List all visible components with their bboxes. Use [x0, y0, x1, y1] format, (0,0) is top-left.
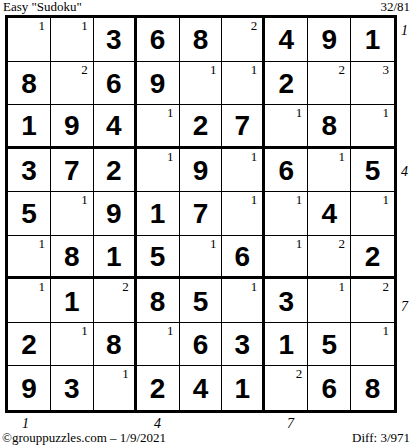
cell-r3c3[interactable]: 4 — [94, 105, 137, 149]
cell-digit: 1 — [235, 375, 251, 403]
cell-order-mark: 2 — [339, 62, 346, 77]
col-label-1: 1 — [22, 417, 29, 431]
cell-order-mark: 1 — [38, 18, 45, 33]
cell-r3c7[interactable]: 1 — [265, 105, 308, 149]
cell-order-mark: 1 — [383, 192, 390, 207]
cell-order-mark: 1 — [383, 323, 390, 338]
cell-digit: 1 — [64, 288, 80, 316]
cell-digit: 5 — [365, 157, 381, 185]
cell-order-mark: 1 — [251, 62, 258, 77]
cell-digit: 2 — [278, 70, 294, 98]
cell-order-mark: 1 — [251, 192, 258, 207]
cell-r5c9[interactable]: 1 — [351, 192, 394, 236]
cell-order-mark: 3 — [383, 62, 390, 77]
cell-r6c8[interactable]: 2 — [308, 236, 351, 280]
cell-r5c8[interactable]: 4 — [308, 192, 351, 236]
cell-order-mark: 1 — [251, 149, 258, 164]
cell-r4c2[interactable]: 7 — [51, 149, 94, 193]
cell-digit: 8 — [321, 112, 337, 140]
cell-r6c2[interactable]: 8 — [51, 236, 94, 280]
cell-order-mark: 1 — [38, 279, 45, 294]
cell-r6c6[interactable]: 6 — [222, 236, 265, 280]
cell-order-mark: 2 — [81, 62, 88, 77]
cell-r4c1[interactable]: 3 — [8, 149, 51, 193]
cell-r1c6[interactable]: 2 — [222, 18, 265, 62]
cell-digit: 9 — [193, 157, 209, 185]
cell-digit: 4 — [321, 200, 337, 228]
cell-digit: 4 — [106, 112, 122, 140]
cell-r3c8[interactable]: 8 — [308, 105, 351, 149]
cell-r2c3[interactable]: 6 — [94, 62, 137, 106]
cell-r9c5[interactable]: 4 — [180, 366, 223, 410]
cell-digit: 5 — [150, 243, 166, 271]
cell-digit: 4 — [193, 375, 209, 403]
cell-digit: 2 — [150, 375, 166, 403]
cell-r5c4[interactable]: 1 — [137, 192, 180, 236]
cell-order-mark: 1 — [81, 323, 88, 338]
cell-r9c8[interactable]: 6 — [308, 366, 351, 410]
cell-r3c6[interactable]: 7 — [222, 105, 265, 149]
cell-r8c1[interactable]: 2 — [8, 323, 51, 367]
cell-digit: 2 — [365, 243, 381, 271]
cell-r1c7[interactable]: 4 — [265, 18, 308, 62]
cell-r1c4[interactable]: 6 — [137, 18, 180, 62]
cell-digit: 1 — [21, 112, 37, 140]
cell-order-mark: 1 — [167, 323, 174, 338]
cell-r9c9[interactable]: 8 — [351, 366, 394, 410]
footer: ©grouppuzzles.com – 1/9/2021 Diff: 3/971 — [2, 430, 410, 444]
cell-r9c4[interactable]: 2 — [137, 366, 180, 410]
cell-r9c6[interactable]: 1 — [222, 366, 265, 410]
cell-r3c2[interactable]: 9 — [51, 105, 94, 149]
cell-digit: 6 — [235, 243, 251, 271]
cell-r8c9[interactable]: 1 — [351, 323, 394, 367]
cell-r6c5[interactable]: 1 — [180, 236, 223, 280]
cell-digit: 8 — [193, 26, 209, 54]
cell-r2c8[interactable]: 2 — [308, 62, 351, 106]
cell-digit: 7 — [235, 112, 251, 140]
cell-r2c1[interactable]: 8 — [8, 62, 51, 106]
cell-r6c4[interactable]: 5 — [137, 236, 180, 280]
cell-r7c1[interactable]: 1 — [8, 279, 51, 323]
sudoku-page: Easy "Sudoku" 32/81 11368249182691122319… — [0, 0, 412, 445]
cell-order-mark: 1 — [210, 236, 217, 251]
cell-digit: 2 — [106, 157, 122, 185]
cell-r3c1[interactable]: 1 — [8, 105, 51, 149]
cell-r7c8[interactable]: 1 — [308, 279, 351, 323]
cell-digit: 1 — [365, 26, 381, 54]
cell-r3c5[interactable]: 2 — [180, 105, 223, 149]
cell-order-mark: 2 — [251, 18, 258, 33]
cell-r4c3[interactable]: 2 — [94, 149, 137, 193]
cell-order-mark: 1 — [122, 366, 129, 381]
cell-digit: 9 — [150, 70, 166, 98]
cell-r1c9[interactable]: 1 — [351, 18, 394, 62]
cell-r5c7[interactable]: 1 — [265, 192, 308, 236]
cell-digit: 2 — [193, 112, 209, 140]
cell-r6c1[interactable]: 1 — [8, 236, 51, 280]
cell-order-mark: 1 — [296, 105, 303, 120]
cell-r2c9[interactable]: 3 — [351, 62, 394, 106]
cell-digit: 5 — [193, 288, 209, 316]
cell-r1c1[interactable]: 1 — [8, 18, 51, 62]
col-label-4: 4 — [154, 417, 161, 431]
cell-order-mark: 1 — [383, 105, 390, 120]
cell-r9c3[interactable]: 1 — [94, 366, 137, 410]
cell-r8c5[interactable]: 6 — [180, 323, 223, 367]
cell-r2c5[interactable]: 1 — [180, 62, 223, 106]
cell-digit: 3 — [235, 331, 251, 359]
cell-order-mark: 2 — [296, 366, 303, 381]
sudoku-board: 1136824918269112231941271813721916155191… — [5, 15, 397, 413]
cell-digit: 1 — [278, 331, 294, 359]
cell-r2c6[interactable]: 1 — [222, 62, 265, 106]
cell-digit: 8 — [150, 288, 166, 316]
cell-r3c4[interactable]: 1 — [137, 105, 180, 149]
cell-digit: 3 — [64, 375, 80, 403]
cell-r4c8[interactable]: 1 — [308, 149, 351, 193]
cell-digit: 6 — [321, 375, 337, 403]
cell-digit: 8 — [21, 70, 37, 98]
cell-r8c4[interactable]: 1 — [137, 323, 180, 367]
cell-r7c3[interactable]: 2 — [94, 279, 137, 323]
cell-r8c2[interactable]: 1 — [51, 323, 94, 367]
cell-digit: 6 — [106, 70, 122, 98]
cell-order-mark: 1 — [251, 279, 258, 294]
difficulty-text: Diff: 3/971 — [352, 431, 410, 444]
cell-r8c8[interactable]: 5 — [308, 323, 351, 367]
cell-r4c5[interactable]: 9 — [180, 149, 223, 193]
cell-r6c9[interactable]: 2 — [351, 236, 394, 280]
cell-order-mark: 1 — [210, 62, 217, 77]
cell-digit: 1 — [106, 243, 122, 271]
col-label-7: 7 — [287, 417, 294, 431]
cell-r5c6[interactable]: 1 — [222, 192, 265, 236]
cell-order-mark: 2 — [339, 236, 346, 251]
clue-counter: 32/81 — [380, 0, 410, 14]
cell-order-mark: 1 — [296, 236, 303, 251]
cell-r1c5[interactable]: 8 — [180, 18, 223, 62]
cell-order-mark: 2 — [383, 279, 390, 294]
cell-digit: 7 — [64, 157, 80, 185]
cell-digit: 9 — [21, 375, 37, 403]
cell-digit: 5 — [21, 200, 37, 228]
cell-r1c2[interactable]: 1 — [51, 18, 94, 62]
cell-r4c9[interactable]: 5 — [351, 149, 394, 193]
cell-order-mark: 1 — [339, 149, 346, 164]
cell-order-mark: 1 — [167, 105, 174, 120]
header: Easy "Sudoku" 32/81 — [3, 0, 410, 15]
cell-r7c9[interactable]: 2 — [351, 279, 394, 323]
cell-r7c4[interactable]: 8 — [137, 279, 180, 323]
cell-r3c9[interactable]: 1 — [351, 105, 394, 149]
cell-r4c6[interactable]: 1 — [222, 149, 265, 193]
cell-r5c1[interactable]: 5 — [8, 192, 51, 236]
cell-digit: 8 — [64, 243, 80, 271]
cell-digit: 7 — [193, 200, 209, 228]
cell-digit: 4 — [278, 26, 294, 54]
cell-digit: 2 — [21, 331, 37, 359]
cell-r6c7[interactable]: 1 — [265, 236, 308, 280]
cell-r8c7[interactable]: 1 — [265, 323, 308, 367]
cell-r5c5[interactable]: 7 — [180, 192, 223, 236]
cell-r7c2[interactable]: 1 — [51, 279, 94, 323]
cell-digit: 3 — [278, 288, 294, 316]
cell-r6c3[interactable]: 1 — [94, 236, 137, 280]
cell-digit: 3 — [21, 157, 37, 185]
cell-r7c6[interactable]: 1 — [222, 279, 265, 323]
cell-order-mark: 2 — [122, 279, 129, 294]
cell-digit: 6 — [278, 157, 294, 185]
row-label-1: 1 — [401, 24, 408, 38]
cell-r5c3[interactable]: 9 — [94, 192, 137, 236]
cell-r1c3[interactable]: 3 — [94, 18, 137, 62]
cell-digit: 5 — [321, 331, 337, 359]
cell-r2c7[interactable]: 2 — [265, 62, 308, 106]
row-label-4: 4 — [401, 165, 408, 179]
cell-r9c1[interactable]: 9 — [8, 366, 51, 410]
cell-digit: 9 — [64, 112, 80, 140]
cell-r4c7[interactable]: 6 — [265, 149, 308, 193]
cell-order-mark: 1 — [339, 279, 346, 294]
cell-r5c2[interactable]: 1 — [51, 192, 94, 236]
cell-digit: 8 — [106, 331, 122, 359]
row-label-7: 7 — [401, 300, 408, 314]
cell-order-mark: 1 — [81, 192, 88, 207]
cell-digit: 9 — [106, 200, 122, 228]
copyright-text: ©grouppuzzles.com – 1/9/2021 — [2, 431, 166, 444]
cell-order-mark: 1 — [38, 236, 45, 251]
cell-r1c8[interactable]: 9 — [308, 18, 351, 62]
cell-order-mark: 1 — [296, 192, 303, 207]
page-title: Easy "Sudoku" — [3, 0, 82, 14]
cell-order-mark: 1 — [81, 18, 88, 33]
cell-r7c7[interactable]: 3 — [265, 279, 308, 323]
cell-r7c5[interactable]: 5 — [180, 279, 223, 323]
cell-r8c6[interactable]: 3 — [222, 323, 265, 367]
cell-digit: 6 — [193, 331, 209, 359]
cell-digit: 9 — [321, 26, 337, 54]
cell-digit: 8 — [365, 375, 381, 403]
cell-order-mark: 1 — [167, 149, 174, 164]
cell-r4c4[interactable]: 1 — [137, 149, 180, 193]
cell-r9c2[interactable]: 3 — [51, 366, 94, 410]
cell-r2c2[interactable]: 2 — [51, 62, 94, 106]
cell-digit: 1 — [150, 200, 166, 228]
cell-r2c4[interactable]: 9 — [137, 62, 180, 106]
cell-r9c7[interactable]: 2 — [265, 366, 308, 410]
cell-digit: 6 — [150, 26, 166, 54]
cell-r8c3[interactable]: 8 — [94, 323, 137, 367]
cell-digit: 3 — [106, 26, 122, 54]
